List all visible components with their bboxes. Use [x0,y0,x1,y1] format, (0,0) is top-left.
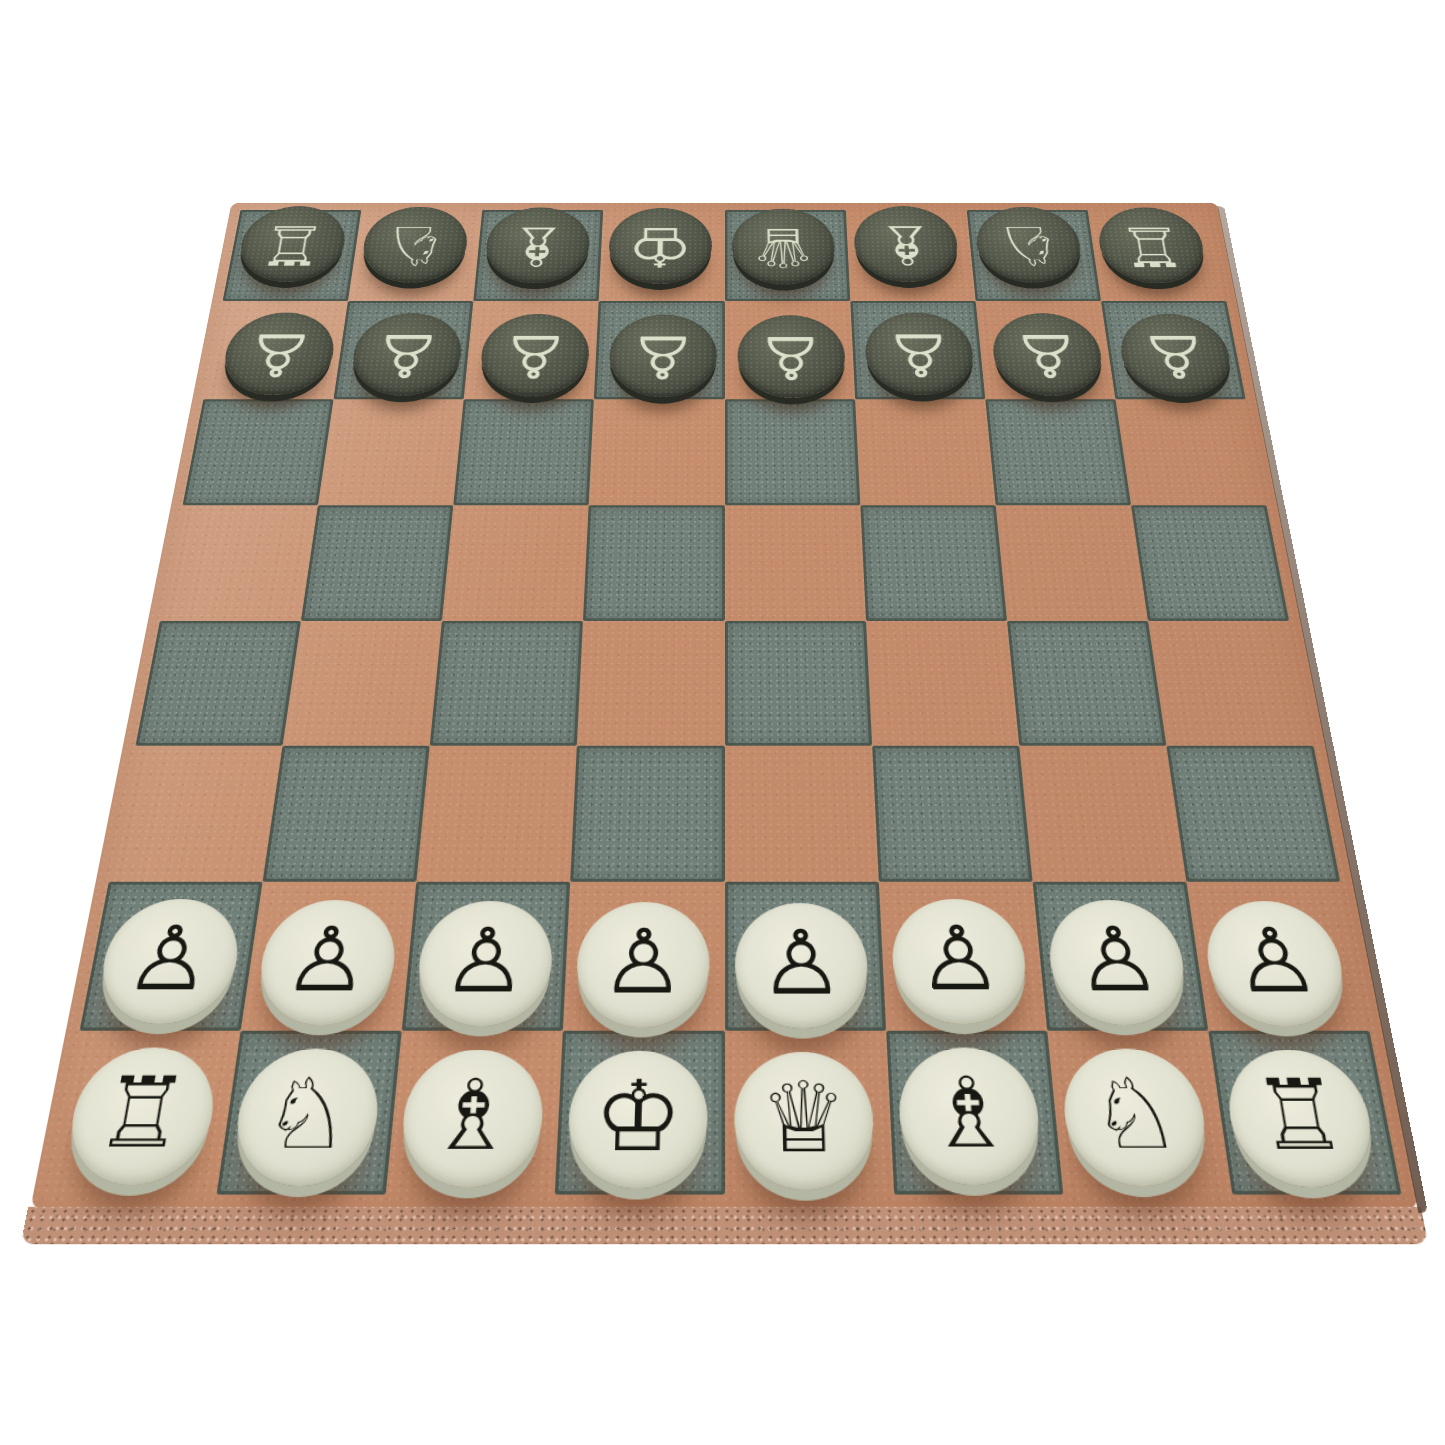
square-b7[interactable]: ♙ [334,301,474,399]
piece-black-rook[interactable]: ♖ [234,206,350,282]
piece-black-pawn[interactable]: ♙ [738,315,847,398]
square-e3[interactable] [725,745,879,881]
piece-white-knight[interactable]: ♘ [228,1049,383,1187]
square-d2[interactable]: ♙ [563,882,724,1031]
piece-black-pawn[interactable]: ♙ [348,313,465,395]
square-b2[interactable]: ♙ [241,882,417,1031]
piece-black-pawn[interactable]: ♙ [864,312,977,394]
white-rook-glyph: ♖ [89,1065,194,1163]
black-pawn-glyph: ♙ [1137,327,1216,386]
square-c8[interactable]: ♗ [474,210,604,301]
piece-black-pawn[interactable]: ♙ [990,313,1107,395]
square-g7[interactable]: ♙ [975,301,1115,399]
square-b5[interactable] [301,506,453,621]
piece-white-queen[interactable]: ♕ [734,1052,876,1190]
square-e5[interactable] [725,506,866,621]
square-g6[interactable] [985,400,1131,506]
square-a1[interactable]: ♖ [47,1031,240,1195]
piece-black-pawn[interactable]: ♙ [218,312,339,394]
piece-white-bishop[interactable]: ♗ [896,1048,1044,1185]
square-c2[interactable]: ♙ [402,882,571,1031]
white-queen-glyph: ♕ [759,1069,850,1167]
square-e6[interactable] [725,400,860,506]
white-bishop-glyph: ♗ [922,1065,1017,1163]
square-g1[interactable]: ♘ [1047,1031,1232,1195]
square-a7[interactable]: ♙ [203,301,348,399]
white-pawn-glyph: ♙ [759,919,845,1008]
square-f1[interactable]: ♗ [886,1031,1063,1195]
black-pawn-glyph: ♙ [369,326,445,385]
piece-white-rook[interactable]: ♖ [60,1048,222,1185]
square-d5[interactable] [583,506,724,621]
black-bishop-glyph: ♗ [872,218,941,272]
piece-black-knight[interactable]: ♘ [358,207,470,283]
piece-white-pawn[interactable]: ♙ [574,902,709,1027]
square-e2[interactable]: ♙ [725,882,886,1031]
black-rook-glyph: ♖ [255,218,330,272]
white-pawn-glyph: ♙ [599,918,685,1007]
square-f5[interactable] [860,506,1007,621]
board-grid: ♖♘♗♔♕♗♘♖♙♙♙♙♙♙♙♙♙♙♙♙♙♙♙♙♖♘♗♔♕♗♘♖ [47,210,1401,1195]
piece-white-pawn[interactable]: ♙ [1200,901,1353,1026]
piece-black-king[interactable]: ♔ [607,208,712,284]
black-queen-glyph: ♕ [750,220,817,274]
tile-bottom-edge [21,1207,1428,1244]
square-b3[interactable] [263,745,430,881]
square-h5[interactable] [1131,506,1289,621]
square-e1[interactable]: ♕ [725,1031,894,1195]
square-f8[interactable]: ♗ [846,210,976,301]
square-e8[interactable]: ♕ [725,210,850,301]
black-pawn-glyph: ♙ [628,327,698,386]
chess-board: ♖♘♗♔♕♗♘♖♙♙♙♙♙♙♙♙♙♙♙♙♙♙♙♙♖♘♗♔♕♗♘♖ [30,203,1419,1210]
white-pawn-glyph: ♙ [1070,916,1165,1005]
white-rook-glyph: ♖ [1248,1067,1353,1165]
piece-black-knight[interactable]: ♘ [974,207,1086,283]
piece-black-queen[interactable]: ♕ [732,208,836,284]
square-f7[interactable]: ♙ [850,301,985,399]
piece-white-knight[interactable]: ♘ [1059,1049,1214,1187]
piece-black-pawn[interactable]: ♙ [478,314,591,396]
square-d8[interactable]: ♔ [599,210,724,301]
piece-black-pawn[interactable]: ♙ [608,314,717,396]
white-pawn-glyph: ♙ [120,915,219,1004]
white-king-glyph: ♔ [592,1068,683,1166]
square-c7[interactable]: ♙ [464,301,599,399]
piece-white-pawn[interactable]: ♙ [735,903,870,1028]
black-pawn-glyph: ♙ [757,328,827,387]
square-h8[interactable]: ♖ [1088,210,1227,301]
white-bishop-glyph: ♗ [424,1067,520,1165]
white-pawn-glyph: ♙ [440,917,531,1006]
piece-white-pawn[interactable]: ♙ [1045,900,1192,1025]
black-pawn-glyph: ♙ [1010,326,1086,385]
square-g5[interactable] [995,506,1147,621]
square-d7[interactable]: ♙ [594,301,724,399]
piece-white-bishop[interactable]: ♗ [397,1050,546,1188]
square-h6[interactable] [1115,400,1266,506]
black-pawn-glyph: ♙ [239,325,317,384]
square-h7[interactable]: ♙ [1101,301,1246,399]
square-a5[interactable] [160,506,318,621]
white-knight-glyph: ♘ [1085,1066,1185,1164]
white-pawn-glyph: ♙ [914,915,1005,1004]
black-knight-glyph: ♘ [379,218,451,272]
square-g8[interactable]: ♘ [967,210,1101,301]
piece-white-pawn[interactable]: ♙ [252,900,399,1025]
piece-black-bishop[interactable]: ♗ [853,206,961,282]
black-pawn-glyph: ♙ [883,325,956,384]
square-b1[interactable]: ♘ [217,1031,402,1195]
square-f2[interactable]: ♙ [878,882,1047,1031]
black-knight-glyph: ♘ [993,218,1065,272]
square-h3[interactable] [1166,745,1340,881]
square-e7[interactable]: ♙ [725,301,855,399]
square-f6[interactable] [855,400,996,506]
square-d4[interactable] [577,621,724,746]
square-g2[interactable]: ♙ [1032,882,1208,1031]
piece-black-bishop[interactable]: ♗ [483,207,591,283]
piece-black-rook[interactable]: ♖ [1094,207,1210,283]
square-c5[interactable] [442,506,589,621]
square-h2[interactable]: ♙ [1186,882,1369,1031]
square-h1[interactable]: ♖ [1208,1031,1401,1195]
square-d6[interactable] [589,400,724,506]
white-pawn-glyph: ♙ [280,916,375,1005]
black-pawn-glyph: ♙ [498,327,571,386]
square-a2[interactable]: ♙ [80,882,263,1031]
square-d3[interactable] [571,745,725,881]
piece-white-pawn[interactable]: ♙ [92,899,246,1024]
piece-white-king[interactable]: ♔ [566,1051,708,1189]
square-f3[interactable] [872,745,1033,881]
piece-white-pawn[interactable]: ♙ [890,899,1031,1024]
square-e4[interactable] [725,621,872,746]
square-h4[interactable] [1148,621,1314,746]
square-b4[interactable] [283,621,442,746]
square-a3[interactable] [109,745,283,881]
white-knight-glyph: ♘ [257,1066,357,1164]
square-b8[interactable]: ♘ [348,210,482,301]
square-a6[interactable] [183,400,334,506]
square-d1[interactable]: ♔ [555,1031,724,1195]
white-pawn-glyph: ♙ [1226,917,1325,1006]
square-g4[interactable] [1007,621,1166,746]
photo-scene: ♖♘♗♔♕♗♘♖♙♙♙♙♙♙♙♙♙♙♙♙♙♙♙♙♖♘♗♔♕♗♘♖ [0,0,1445,1445]
black-bishop-glyph: ♗ [503,219,573,273]
piece-black-pawn[interactable]: ♙ [1116,314,1237,396]
square-c3[interactable] [417,745,578,881]
square-g3[interactable] [1019,745,1186,881]
square-c1[interactable]: ♗ [386,1031,563,1195]
piece-white-pawn[interactable]: ♙ [413,901,554,1026]
square-a8[interactable]: ♖ [223,210,362,301]
square-c4[interactable] [430,621,583,746]
square-c6[interactable] [454,400,595,506]
square-b6[interactable] [318,400,464,506]
square-a4[interactable] [136,621,302,746]
black-king-glyph: ♔ [627,220,694,274]
black-rook-glyph: ♖ [1115,219,1190,273]
square-f4[interactable] [866,621,1019,746]
piece-white-rook[interactable]: ♖ [1221,1050,1383,1188]
